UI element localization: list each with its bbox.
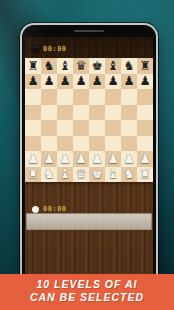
- square-e2[interactable]: ♟: [89, 151, 105, 167]
- square-g1[interactable]: ♞: [121, 167, 137, 183]
- black-pawn: ♟: [123, 74, 134, 88]
- square-g8[interactable]: ♞: [121, 58, 137, 74]
- square-a8[interactable]: ♜: [25, 58, 41, 74]
- square-d1[interactable]: ♛: [73, 167, 89, 183]
- square-f8[interactable]: ♝: [105, 58, 121, 74]
- square-e4[interactable]: [89, 120, 105, 136]
- black-bishop: ♝: [59, 59, 70, 73]
- white-pawn: ♟: [75, 152, 86, 166]
- square-e3[interactable]: [89, 136, 105, 152]
- black-rook: ♜: [27, 59, 38, 73]
- white-pawn: ♟: [123, 152, 134, 166]
- square-d4[interactable]: [73, 120, 89, 136]
- square-h2[interactable]: ♟: [137, 151, 153, 167]
- square-b2[interactable]: ♟: [41, 151, 57, 167]
- square-d3[interactable]: [73, 136, 89, 152]
- square-f1[interactable]: ♝: [105, 167, 121, 183]
- white-knight: ♞: [43, 167, 54, 181]
- phone-frame: 00:00 ♜♞♝♛♚♝♞♜♟♟♟♟♟♟♟♟♟♟♟♟♟♟♟♟♜♞♝♛♚♝♞♜ 0…: [20, 23, 158, 310]
- white-pawn: ♟: [43, 152, 54, 166]
- white-pawn: ♟: [27, 152, 38, 166]
- square-b4[interactable]: [41, 120, 57, 136]
- square-g2[interactable]: ♟: [121, 151, 137, 167]
- square-d6[interactable]: [73, 89, 89, 105]
- black-pawn: ♟: [75, 74, 86, 88]
- square-d2[interactable]: ♟: [73, 151, 89, 167]
- square-a2[interactable]: ♟: [25, 151, 41, 167]
- speaker-grille-icon: [74, 30, 104, 32]
- square-g7[interactable]: ♟: [121, 74, 137, 90]
- square-b3[interactable]: [41, 136, 57, 152]
- black-player-avatar: [32, 46, 39, 53]
- square-c3[interactable]: [57, 136, 73, 152]
- square-c2[interactable]: ♟: [57, 151, 73, 167]
- black-clock: 00:00: [43, 46, 67, 53]
- square-d8[interactable]: ♛: [73, 58, 89, 74]
- white-pawn: ♟: [91, 152, 102, 166]
- white-king: ♚: [91, 167, 102, 181]
- square-e5[interactable]: [89, 105, 105, 121]
- square-h5[interactable]: [137, 105, 153, 121]
- white-bishop: ♝: [59, 167, 70, 181]
- square-h3[interactable]: [137, 136, 153, 152]
- caption-line-1: 10 LEVELS OF AI: [0, 278, 174, 291]
- square-c5[interactable]: [57, 105, 73, 121]
- caption-line-2: CAN BE SELECTED: [0, 291, 174, 304]
- white-pawn: ♟: [139, 152, 150, 166]
- black-pawn: ♟: [27, 74, 38, 88]
- square-b8[interactable]: ♞: [41, 58, 57, 74]
- square-f7[interactable]: ♟: [105, 74, 121, 90]
- white-pawn: ♟: [59, 152, 70, 166]
- black-pawn: ♟: [59, 74, 70, 88]
- square-b1[interactable]: ♞: [41, 167, 57, 183]
- square-e7[interactable]: ♟: [89, 74, 105, 90]
- square-a7[interactable]: ♟: [25, 74, 41, 90]
- square-c1[interactable]: ♝: [57, 167, 73, 183]
- black-pawn: ♟: [139, 74, 150, 88]
- square-g3[interactable]: [121, 136, 137, 152]
- square-f4[interactable]: [105, 120, 121, 136]
- square-e6[interactable]: [89, 89, 105, 105]
- black-bishop: ♝: [107, 59, 118, 73]
- square-a1[interactable]: ♜: [25, 167, 41, 183]
- square-d5[interactable]: [73, 105, 89, 121]
- white-rook: ♜: [27, 167, 38, 181]
- white-bishop: ♝: [107, 167, 118, 181]
- black-pawn: ♟: [91, 74, 102, 88]
- square-h7[interactable]: ♟: [137, 74, 153, 90]
- white-rook: ♜: [139, 167, 150, 181]
- square-f2[interactable]: ♟: [105, 151, 121, 167]
- black-queen: ♛: [75, 59, 86, 73]
- square-b6[interactable]: [41, 89, 57, 105]
- square-c6[interactable]: [57, 89, 73, 105]
- chess-board[interactable]: ♜♞♝♛♚♝♞♜♟♟♟♟♟♟♟♟♟♟♟♟♟♟♟♟♜♞♝♛♚♝♞♜: [25, 58, 153, 182]
- square-h1[interactable]: ♜: [137, 167, 153, 183]
- white-queen: ♛: [75, 167, 86, 181]
- square-f6[interactable]: [105, 89, 121, 105]
- square-h4[interactable]: [137, 120, 153, 136]
- square-g5[interactable]: [121, 105, 137, 121]
- square-b7[interactable]: ♟: [41, 74, 57, 90]
- ad-banner[interactable]: [26, 213, 152, 230]
- square-h8[interactable]: ♜: [137, 58, 153, 74]
- square-a3[interactable]: [25, 136, 41, 152]
- square-e8[interactable]: ♚: [89, 58, 105, 74]
- square-c4[interactable]: [57, 120, 73, 136]
- white-knight: ♞: [123, 167, 134, 181]
- square-f3[interactable]: [105, 136, 121, 152]
- square-h6[interactable]: [137, 89, 153, 105]
- white-player-avatar: [32, 206, 39, 213]
- black-player-bar: 00:00: [32, 46, 67, 53]
- chess-app-screen: 00:00 ♜♞♝♛♚♝♞♜♟♟♟♟♟♟♟♟♟♟♟♟♟♟♟♟♜♞♝♛♚♝♞♜ 0…: [25, 37, 153, 310]
- square-e1[interactable]: ♚: [89, 167, 105, 183]
- store-screenshot: 00:00 ♜♞♝♛♚♝♞♜♟♟♟♟♟♟♟♟♟♟♟♟♟♟♟♟♜♞♝♛♚♝♞♜ 0…: [0, 0, 174, 310]
- white-clock: 00:00: [43, 206, 67, 213]
- black-king: ♚: [91, 59, 102, 73]
- black-knight: ♞: [43, 59, 54, 73]
- white-player-bar: 00:00: [32, 206, 67, 213]
- square-a5[interactable]: [25, 105, 41, 121]
- square-f5[interactable]: [105, 105, 121, 121]
- caption-banner: 10 LEVELS OF AI CAN BE SELECTED: [0, 274, 174, 310]
- square-c7[interactable]: ♟: [57, 74, 73, 90]
- square-c8[interactable]: ♝: [57, 58, 73, 74]
- square-g4[interactable]: [121, 120, 137, 136]
- square-a6[interactable]: [25, 89, 41, 105]
- square-d7[interactable]: ♟: [73, 74, 89, 90]
- square-g6[interactable]: [121, 89, 137, 105]
- square-a4[interactable]: [25, 120, 41, 136]
- black-rook: ♜: [139, 59, 150, 73]
- white-pawn: ♟: [107, 152, 118, 166]
- square-b5[interactable]: [41, 105, 57, 121]
- black-pawn: ♟: [107, 74, 118, 88]
- black-pawn: ♟: [43, 74, 54, 88]
- black-knight: ♞: [123, 59, 134, 73]
